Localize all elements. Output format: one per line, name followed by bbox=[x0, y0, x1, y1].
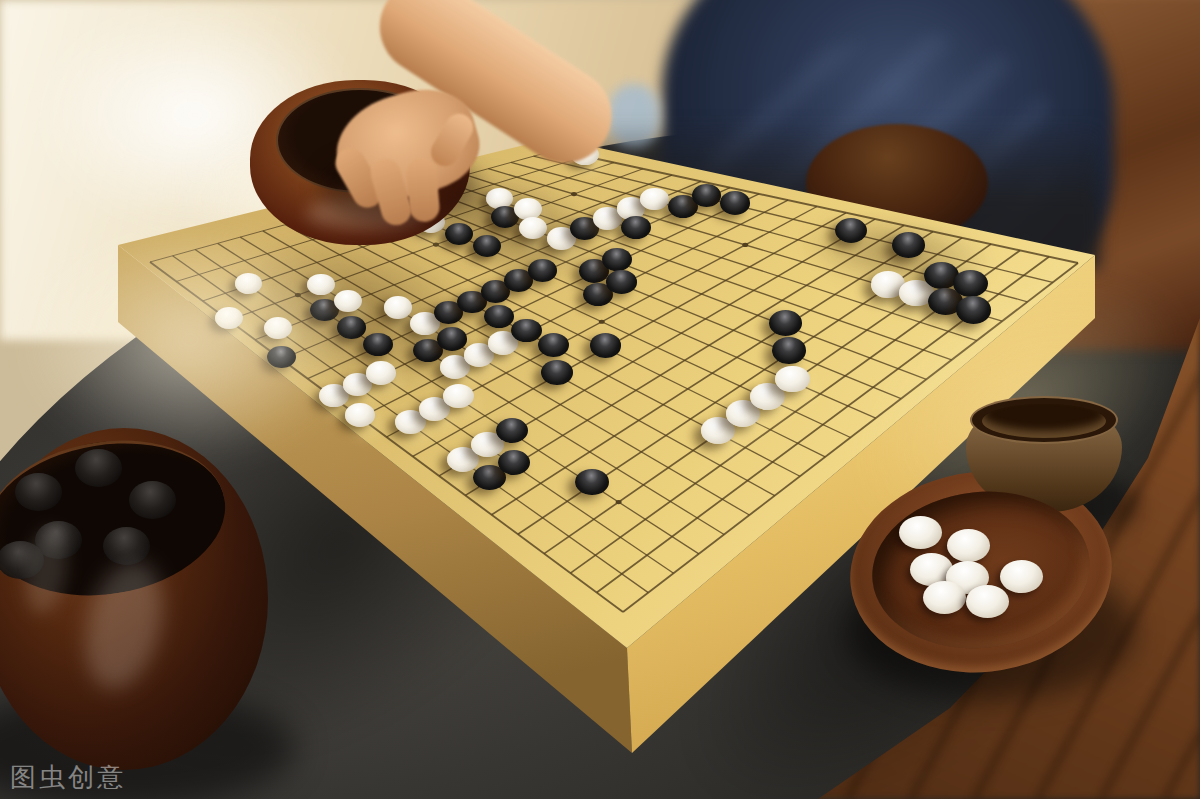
black-stone bbox=[511, 319, 541, 343]
go-game-photo: 图虫创意 bbox=[0, 0, 1200, 799]
black-stone bbox=[473, 235, 501, 257]
white-stone bbox=[640, 188, 669, 211]
white-stone bbox=[384, 296, 413, 319]
black-stone bbox=[538, 333, 569, 357]
white-stone bbox=[443, 384, 474, 408]
black-stone bbox=[953, 270, 988, 297]
captured-white-stone bbox=[966, 585, 1009, 618]
black-stone-in-bowl bbox=[75, 449, 122, 487]
black-stone bbox=[445, 223, 473, 245]
black-stone bbox=[437, 327, 467, 350]
captured-white-stone bbox=[1000, 560, 1043, 593]
black-stone bbox=[496, 418, 528, 443]
black-stone bbox=[484, 305, 514, 328]
black-stone-in-bowl bbox=[129, 481, 176, 519]
watermark: 图虫创意 bbox=[10, 760, 126, 795]
black-stone-in-bowl bbox=[103, 527, 150, 565]
white-stone bbox=[514, 198, 542, 220]
black-stone bbox=[892, 232, 925, 258]
overexposed-left-corner bbox=[20, 220, 360, 460]
black-stone bbox=[720, 191, 750, 214]
black-stone bbox=[956, 296, 992, 324]
black-stone bbox=[541, 360, 572, 385]
captured-white-stone bbox=[923, 581, 966, 614]
black-stone bbox=[528, 259, 557, 282]
black-stone bbox=[590, 333, 621, 358]
white-stone bbox=[775, 366, 809, 393]
white-stone bbox=[519, 217, 547, 239]
black-stone bbox=[621, 216, 650, 239]
black-stone bbox=[575, 469, 609, 495]
captured-white-stone bbox=[947, 529, 990, 562]
black-stone bbox=[835, 218, 867, 243]
white-stone bbox=[366, 361, 396, 384]
tea-surface bbox=[982, 404, 1106, 438]
black-stone bbox=[772, 337, 806, 363]
black-stone bbox=[363, 333, 392, 356]
black-stone-in-bowl bbox=[15, 473, 62, 511]
captured-white-stone bbox=[899, 516, 942, 549]
black-stone bbox=[606, 270, 636, 294]
finger bbox=[405, 157, 440, 223]
